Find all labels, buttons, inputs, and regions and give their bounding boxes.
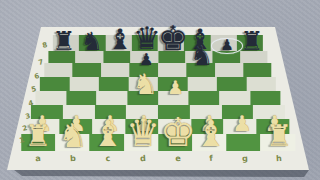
rank-row-6 [44,63,271,77]
piece-black-knight-f6[interactable]: ♞ [190,43,214,69]
piece-black-rook-h8[interactable]: ♜ [240,28,263,54]
piece-black-rook-a8[interactable]: ♜ [52,28,75,54]
piece-white-rook-a1[interactable]: ♜ [25,121,52,151]
square-h5[interactable] [247,77,277,91]
rank-row-4 [35,91,280,105]
square-e6[interactable] [158,63,186,77]
file-label-g: g [242,155,248,163]
piece-black-bishop-c8[interactable]: ♝ [107,26,132,54]
square-b4[interactable] [66,91,97,105]
piece-white-knight-d5[interactable]: ♞ [132,70,158,99]
piece-black-king-e8[interactable]: ♚ [158,21,188,55]
piece-white-pawn-g2[interactable]: ♟ [232,113,251,135]
square-g6[interactable] [215,63,243,77]
file-label-e: e [175,155,181,163]
square-g5[interactable] [217,77,247,91]
square-c6[interactable] [101,63,129,77]
file-label-h: h [276,155,282,163]
piece-white-rook-h1[interactable]: ♜ [266,121,293,151]
file-label-f: f [209,155,213,163]
piece-white-bishop-f1[interactable]: ♝ [195,116,227,152]
piece-white-bishop-c1[interactable]: ♝ [92,116,124,152]
square-g1[interactable] [226,134,260,151]
square-f4[interactable] [189,91,220,105]
piece-white-king-e1[interactable]: ♚ [160,112,196,152]
piece-white-knight-b1[interactable]: ♞ [58,119,88,152]
piece-white-queen-d1[interactable]: ♛ [126,114,160,152]
square-f5[interactable] [188,77,218,91]
piece-black-knight-b8[interactable]: ♞ [81,29,103,54]
square-c4[interactable] [97,91,128,105]
square-h6[interactable] [243,63,271,77]
file-label-d: d [140,155,146,163]
piece-white-pawn-e5[interactable]: ♟ [167,79,184,98]
square-h4[interactable] [250,91,281,105]
square-c5[interactable] [99,77,129,91]
background: abcdefgh12345678 ♜♞♝♛♚♝♟♜♟♞♞♟♟♟♟♟♟♟♟♜♞♝♛… [0,0,320,180]
file-label-c: c [105,155,110,163]
square-b6[interactable] [73,63,101,77]
square-b5[interactable] [69,77,99,91]
square-a4[interactable] [35,91,66,105]
square-a5[interactable] [40,77,70,91]
file-label-b: b [70,155,76,163]
rank-row-5 [40,77,276,91]
square-a6[interactable] [44,63,72,77]
piece-black-pawn-g8[interactable]: ♟ [220,38,233,53]
square-g4[interactable] [219,91,250,105]
file-label-a: a [35,155,41,163]
